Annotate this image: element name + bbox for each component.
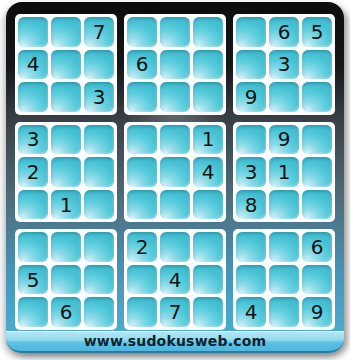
- cell-r6c8[interactable]: [269, 190, 299, 220]
- cell-r1c9[interactable]: 5: [302, 17, 332, 47]
- cell-r2c3[interactable]: [84, 50, 114, 80]
- cell-r2c9[interactable]: [302, 50, 332, 80]
- cell-r6c2[interactable]: 1: [51, 190, 81, 220]
- cell-r9c6[interactable]: [193, 297, 223, 327]
- sudoku-widget: 743 6 6539 321 14 9318 56 247 649 www.su…: [6, 2, 344, 353]
- cell-r8c7[interactable]: [236, 265, 266, 295]
- cell-r7c8[interactable]: [269, 232, 299, 262]
- cell-r5c2[interactable]: [51, 157, 81, 187]
- cell-r2c1[interactable]: 4: [18, 50, 48, 80]
- cell-r9c8[interactable]: [269, 297, 299, 327]
- cell-r1c6[interactable]: [193, 17, 223, 47]
- cell-r7c4[interactable]: 2: [127, 232, 157, 262]
- cell-r5c4[interactable]: [127, 157, 157, 187]
- cell-r8c4[interactable]: [127, 265, 157, 295]
- cell-r8c3[interactable]: [84, 265, 114, 295]
- site-url-link[interactable]: www.sudokusweb.com: [84, 333, 267, 349]
- cell-r4c6[interactable]: 1: [193, 125, 223, 155]
- cell-r4c8[interactable]: 9: [269, 125, 299, 155]
- footer-banner: www.sudokusweb.com: [6, 331, 344, 353]
- box-middle-left: 321: [15, 122, 117, 223]
- cell-r2c8[interactable]: 3: [269, 50, 299, 80]
- cell-r9c9[interactable]: 9: [302, 297, 332, 327]
- cell-r3c8[interactable]: [269, 82, 299, 112]
- cell-r6c5[interactable]: [160, 190, 190, 220]
- cell-r7c5[interactable]: [160, 232, 190, 262]
- box-bottom-middle: 247: [124, 229, 226, 330]
- cell-r2c4[interactable]: 6: [127, 50, 157, 80]
- box-top-middle: 6: [124, 14, 226, 115]
- cell-r6c4[interactable]: [127, 190, 157, 220]
- cell-r3c2[interactable]: [51, 82, 81, 112]
- cell-r8c6[interactable]: [193, 265, 223, 295]
- cell-r1c1[interactable]: [18, 17, 48, 47]
- cell-r9c2[interactable]: 6: [51, 297, 81, 327]
- cell-r3c1[interactable]: [18, 82, 48, 112]
- cell-r2c6[interactable]: [193, 50, 223, 80]
- cell-r9c3[interactable]: [84, 297, 114, 327]
- cell-r2c2[interactable]: [51, 50, 81, 80]
- cell-r3c6[interactable]: [193, 82, 223, 112]
- cell-r3c9[interactable]: [302, 82, 332, 112]
- cell-r5c8[interactable]: 1: [269, 157, 299, 187]
- cell-r5c3[interactable]: [84, 157, 114, 187]
- cell-r4c1[interactable]: 3: [18, 125, 48, 155]
- box-middle-right: 9318: [233, 122, 335, 223]
- cell-r6c3[interactable]: [84, 190, 114, 220]
- cell-r7c1[interactable]: [18, 232, 48, 262]
- cell-r1c5[interactable]: [160, 17, 190, 47]
- cell-r6c7[interactable]: 8: [236, 190, 266, 220]
- cell-r5c6[interactable]: 4: [193, 157, 223, 187]
- cell-r4c9[interactable]: [302, 125, 332, 155]
- cell-r7c3[interactable]: [84, 232, 114, 262]
- cell-r6c6[interactable]: [193, 190, 223, 220]
- cell-r1c4[interactable]: [127, 17, 157, 47]
- cell-r8c8[interactable]: [269, 265, 299, 295]
- cell-r1c3[interactable]: 7: [84, 17, 114, 47]
- sudoku-board: 743 6 6539 321 14 9318 56 247 649: [6, 2, 344, 330]
- cell-r7c6[interactable]: [193, 232, 223, 262]
- cell-r3c5[interactable]: [160, 82, 190, 112]
- cell-r9c7[interactable]: 4: [236, 297, 266, 327]
- cell-r6c9[interactable]: [302, 190, 332, 220]
- box-bottom-right: 649: [233, 229, 335, 330]
- cell-r3c7[interactable]: 9: [236, 82, 266, 112]
- cell-r3c4[interactable]: [127, 82, 157, 112]
- cell-r5c7[interactable]: 3: [236, 157, 266, 187]
- cell-r8c1[interactable]: 5: [18, 265, 48, 295]
- cell-r4c5[interactable]: [160, 125, 190, 155]
- cell-r5c9[interactable]: [302, 157, 332, 187]
- box-top-right: 6539: [233, 14, 335, 115]
- cell-r9c1[interactable]: [18, 297, 48, 327]
- cell-r7c7[interactable]: [236, 232, 266, 262]
- cell-r1c2[interactable]: [51, 17, 81, 47]
- cell-r4c2[interactable]: [51, 125, 81, 155]
- cell-r4c4[interactable]: [127, 125, 157, 155]
- cell-r8c2[interactable]: [51, 265, 81, 295]
- cell-r7c9[interactable]: 6: [302, 232, 332, 262]
- cell-r9c5[interactable]: 7: [160, 297, 190, 327]
- cell-r9c4[interactable]: [127, 297, 157, 327]
- cell-r4c3[interactable]: [84, 125, 114, 155]
- cell-r2c7[interactable]: [236, 50, 266, 80]
- cell-r3c3[interactable]: 3: [84, 82, 114, 112]
- cell-r8c9[interactable]: [302, 265, 332, 295]
- cell-r1c7[interactable]: [236, 17, 266, 47]
- box-bottom-left: 56: [15, 229, 117, 330]
- cell-r5c5[interactable]: [160, 157, 190, 187]
- cell-r8c5[interactable]: 4: [160, 265, 190, 295]
- cell-r5c1[interactable]: 2: [18, 157, 48, 187]
- cell-r4c7[interactable]: [236, 125, 266, 155]
- box-top-left: 743: [15, 14, 117, 115]
- cell-r2c5[interactable]: [160, 50, 190, 80]
- cell-r1c8[interactable]: 6: [269, 17, 299, 47]
- cell-r7c2[interactable]: [51, 232, 81, 262]
- cell-r6c1[interactable]: [18, 190, 48, 220]
- box-middle-middle: 14: [124, 122, 226, 223]
